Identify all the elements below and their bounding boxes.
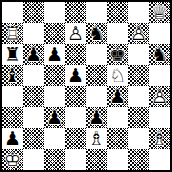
white-king-piece: ♚♔ [2,149,23,170]
black-pawn-piece: ♟ [107,86,128,107]
square-a2[interactable]: ♟ [2,128,23,149]
white-pawn-piece: ♟♙ [65,23,86,44]
square-g2[interactable] [128,128,149,149]
square-d2[interactable] [65,128,86,149]
square-c5[interactable] [44,65,65,86]
black-pawn-piece: ♟ [44,107,65,128]
chess-board: ♛♕♜♖♟♙♞♟♙♜♟♟♚♞♝♟♞♘♟♟♙♟♟♟♝♗♝♗♚♔ [0,0,172,172]
square-b8[interactable] [23,2,44,23]
square-e1[interactable] [86,149,107,170]
square-g5[interactable] [128,65,149,86]
square-d4[interactable] [65,86,86,107]
black-pawn-piece: ♟ [23,44,44,65]
black-knight-piece: ♞ [86,23,107,44]
square-g3[interactable] [128,107,149,128]
black-rook-piece: ♜ [2,44,23,65]
square-h6[interactable]: ♞ [149,44,170,65]
black-pawn-piece: ♟ [65,65,86,86]
square-c3[interactable]: ♟ [44,107,65,128]
square-b4[interactable] [23,86,44,107]
square-d1[interactable] [65,149,86,170]
square-h2[interactable]: ♝♗ [149,128,170,149]
white-bishop-piece: ♝♗ [86,128,107,149]
square-c4[interactable] [44,86,65,107]
square-a6[interactable]: ♜ [2,44,23,65]
square-e7[interactable]: ♞ [86,23,107,44]
square-d8[interactable] [65,2,86,23]
square-e2[interactable]: ♝♗ [86,128,107,149]
square-b7[interactable] [23,23,44,44]
square-c8[interactable] [44,2,65,23]
square-h1[interactable] [149,149,170,170]
square-c7[interactable] [44,23,65,44]
white-knight-piece: ♞♘ [107,65,128,86]
square-h3[interactable] [149,107,170,128]
square-b6[interactable]: ♟ [23,44,44,65]
square-d5[interactable]: ♟ [65,65,86,86]
white-queen-piece: ♛♕ [149,2,170,23]
square-a3[interactable] [2,107,23,128]
square-c1[interactable] [44,149,65,170]
square-f7[interactable] [107,23,128,44]
square-g8[interactable] [128,2,149,23]
square-a4[interactable] [2,86,23,107]
square-g1[interactable] [128,149,149,170]
square-g4[interactable] [128,86,149,107]
square-a7[interactable]: ♜♖ [2,23,23,44]
square-d6[interactable] [65,44,86,65]
black-pawn-piece: ♟ [44,44,65,65]
black-pawn-piece: ♟ [2,128,23,149]
white-pawn-piece: ♟♙ [149,86,170,107]
white-rook-piece: ♜♖ [2,23,23,44]
square-a1[interactable]: ♚♔ [2,149,23,170]
square-f1[interactable] [107,149,128,170]
square-g7[interactable]: ♟♙ [128,23,149,44]
square-b1[interactable] [23,149,44,170]
square-d3[interactable] [65,107,86,128]
square-e6[interactable] [86,44,107,65]
square-c2[interactable] [44,128,65,149]
square-e8[interactable] [86,2,107,23]
black-pawn-piece: ♟ [86,107,107,128]
square-f6[interactable]: ♚ [107,44,128,65]
square-e4[interactable] [86,86,107,107]
square-h7[interactable] [149,23,170,44]
square-e3[interactable]: ♟ [86,107,107,128]
black-bishop-piece: ♝ [2,65,23,86]
white-bishop-piece: ♝♗ [149,128,170,149]
square-c6[interactable]: ♟ [44,44,65,65]
square-f8[interactable] [107,2,128,23]
square-d7[interactable]: ♟♙ [65,23,86,44]
square-a8[interactable] [2,2,23,23]
square-b3[interactable] [23,107,44,128]
square-h5[interactable] [149,65,170,86]
square-b2[interactable] [23,128,44,149]
square-g6[interactable] [128,44,149,65]
square-e5[interactable] [86,65,107,86]
white-pawn-piece: ♟♙ [128,23,149,44]
square-f4[interactable]: ♟ [107,86,128,107]
square-h4[interactable]: ♟♙ [149,86,170,107]
square-b5[interactable] [23,65,44,86]
square-f5[interactable]: ♞♘ [107,65,128,86]
square-f2[interactable] [107,128,128,149]
square-f3[interactable] [107,107,128,128]
black-knight-piece: ♞ [149,44,170,65]
square-h8[interactable]: ♛♕ [149,2,170,23]
square-a5[interactable]: ♝ [2,65,23,86]
black-king-piece: ♚ [107,44,128,65]
